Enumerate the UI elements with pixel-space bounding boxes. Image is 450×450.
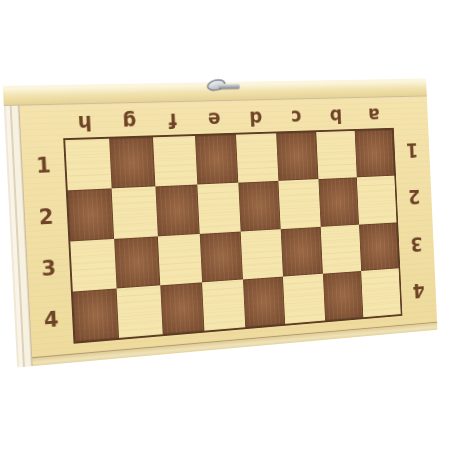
file-label-h: h (62, 108, 108, 139)
metal-clasp-icon (203, 77, 242, 92)
rank-label-left-4: 4 (29, 292, 74, 347)
square-a1 (354, 130, 394, 178)
square-e1 (195, 135, 239, 185)
square-a4 (361, 268, 401, 317)
square-g4 (117, 285, 162, 338)
square-c1 (276, 132, 318, 181)
square-d3 (241, 229, 284, 279)
square-b2 (318, 178, 359, 227)
square-h1 (65, 139, 112, 191)
square-a2 (357, 176, 397, 224)
square-e2 (197, 183, 241, 234)
product-photo-canvas: hgfedcba 1234 1234 (0, 0, 450, 450)
square-b4 (322, 271, 363, 321)
square-d1 (236, 133, 279, 183)
square-f4 (160, 282, 204, 334)
board-face: hgfedcba 1234 1234 (19, 96, 437, 357)
file-label-c: c (275, 103, 316, 132)
square-a3 (359, 222, 399, 271)
rank-label-left-2: 2 (24, 190, 69, 244)
rank-label-right-1: 1 (394, 127, 431, 175)
rank-label-right-4: 4 (400, 266, 436, 315)
rank-label-right-3: 3 (398, 220, 434, 269)
square-b1 (316, 131, 357, 179)
rank-label-right-2: 2 (396, 173, 433, 222)
square-c4 (283, 274, 325, 324)
square-h2 (68, 189, 115, 241)
square-d2 (238, 181, 281, 231)
square-e4 (202, 279, 245, 331)
square-f2 (155, 185, 200, 236)
square-b3 (320, 224, 361, 273)
clasp-bar (219, 84, 240, 89)
file-label-f: f (150, 106, 194, 136)
square-e3 (199, 231, 242, 282)
rank-label-left-3: 3 (26, 241, 71, 295)
square-c3 (281, 226, 323, 276)
file-label-g: g (106, 107, 151, 137)
square-d4 (243, 276, 285, 327)
closed-chess-box: hgfedcba 1234 1234 (3, 78, 438, 367)
file-label-b: b (315, 102, 355, 131)
square-c2 (279, 179, 321, 228)
rank-label-left-1: 1 (21, 138, 66, 191)
square-g3 (114, 236, 159, 288)
file-label-a: a (354, 101, 393, 129)
square-f1 (153, 136, 198, 187)
square-g2 (112, 187, 158, 239)
square-g1 (109, 137, 155, 188)
square-h4 (73, 288, 119, 341)
square-f3 (157, 233, 201, 285)
chess-board-grid (63, 128, 402, 344)
file-label-d: d (235, 104, 277, 133)
file-label-e: e (193, 105, 236, 135)
square-h3 (70, 238, 117, 291)
